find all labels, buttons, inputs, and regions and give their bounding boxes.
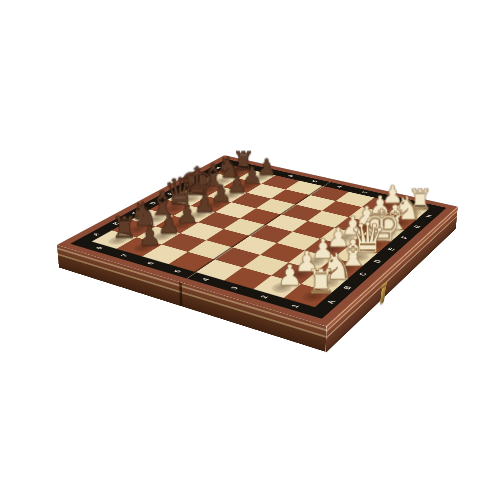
black-rook-glyph: ♜ <box>111 212 138 242</box>
white-pawn-glyph: ♟ <box>277 261 303 290</box>
black-pawn-glyph: ♟ <box>138 223 162 250</box>
hinge-seam <box>179 282 182 307</box>
chess-board: AABBCCDDEEFFGGHH8877665544332211 ♜♞♝♛♚♝♞… <box>57 155 458 326</box>
photo-scene: AABBCCDDEEFFGGHH8877665544332211 ♜♞♝♛♚♝♞… <box>0 0 500 500</box>
product-photo-canvas: AABBCCDDEEFFGGHH8877665544332211 ♜♞♝♛♚♝♞… <box>0 0 500 500</box>
white-rook-glyph: ♜ <box>306 265 336 299</box>
